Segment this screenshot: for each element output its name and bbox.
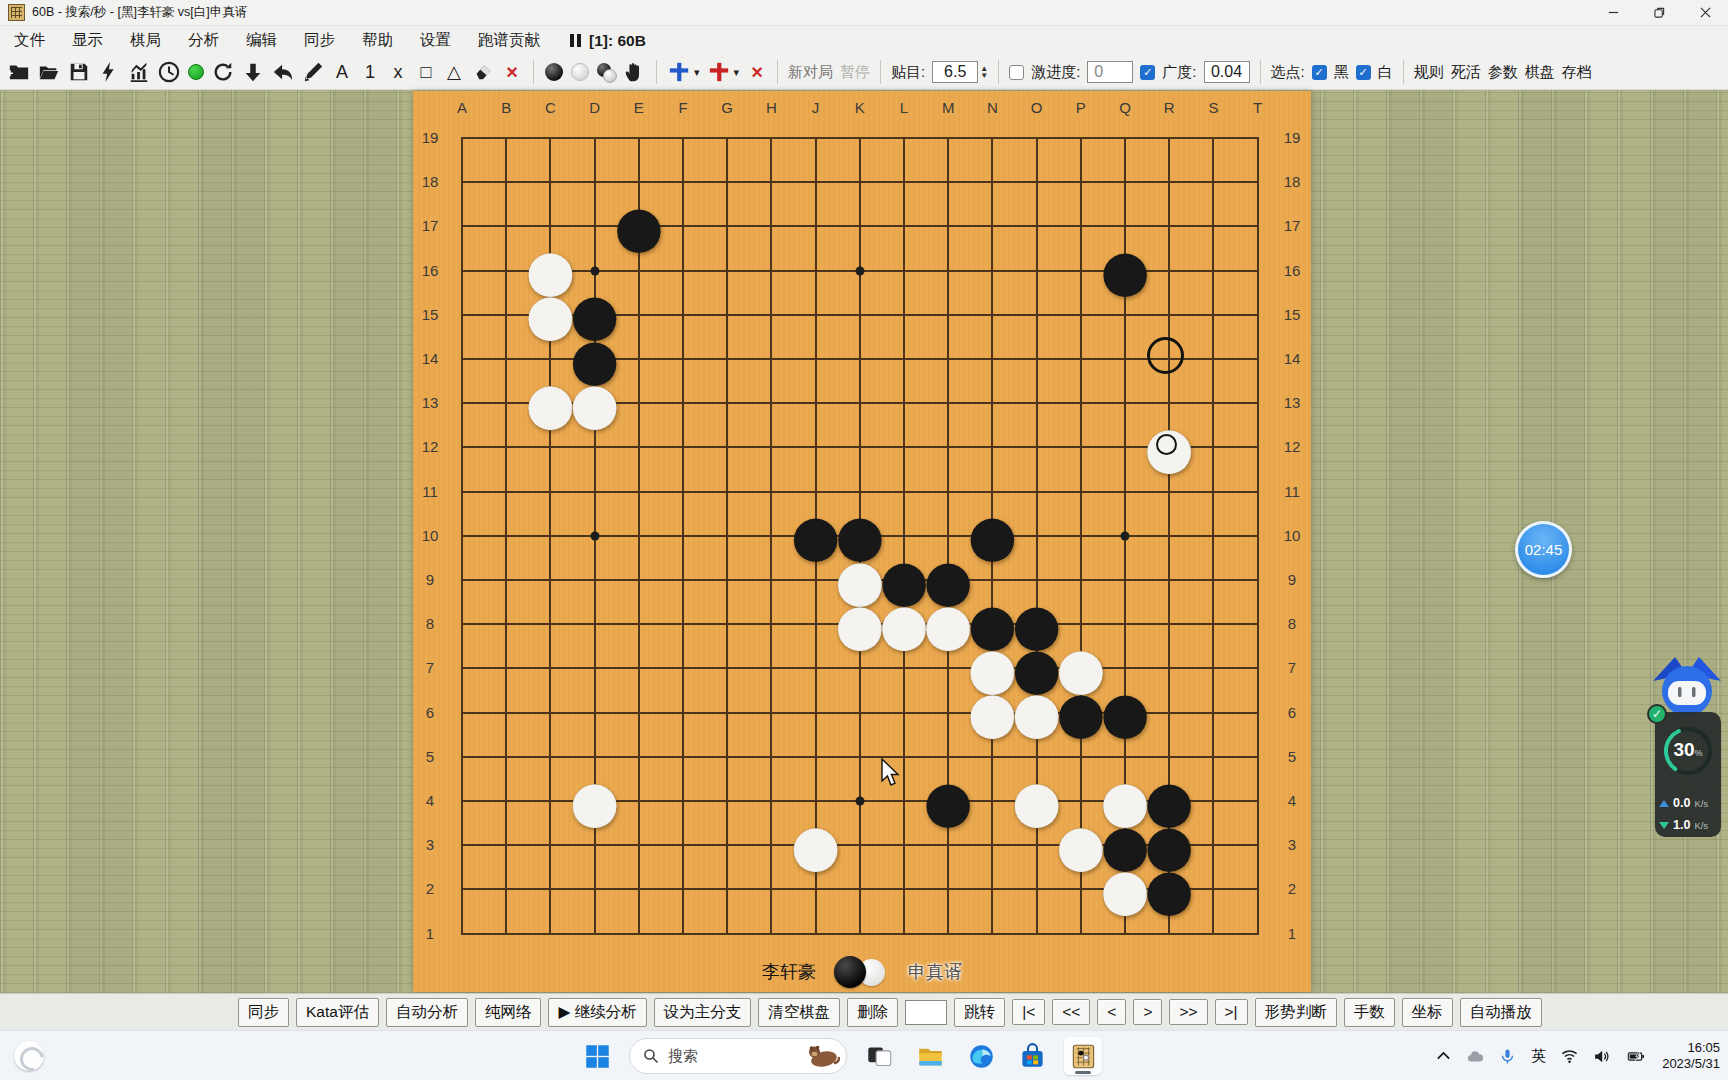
coord-number: 18 [1277, 173, 1307, 190]
coord-number: 7 [415, 659, 445, 676]
nav-last-button[interactable]: >| [1215, 999, 1248, 1025]
pause-indicator-icon[interactable] [570, 34, 581, 47]
grid-line [1212, 137, 1214, 935]
coord-number: 3 [415, 836, 445, 853]
application-window: 60B - 搜索/秒 - [黑]李轩豪 vs[白]申真谞 文件显示棋局分析编辑同… [0, 0, 1728, 1080]
archive-button[interactable]: 存档 [1562, 63, 1592, 82]
menu-bar: 文件显示棋局分析编辑同步帮助设置跑谱贡献 [1]: 60B [0, 26, 1728, 55]
komi-spinner[interactable]: 6.5 ▲▼ [932, 61, 988, 83]
nav-back10-button[interactable]: << [1052, 999, 1090, 1025]
komi-label: 贴目: [891, 63, 925, 82]
white-stone-N6: ● [969, 690, 1015, 736]
blue-cross-icon[interactable] [668, 61, 690, 83]
black-stone-tool-icon[interactable] [545, 63, 563, 81]
title-bar: 60B - 搜索/秒 - [黑]李轩豪 vs[白]申真谞 [0, 0, 1728, 26]
coord-number: 14 [1277, 350, 1307, 367]
coord-letter: S [1198, 99, 1228, 116]
coord-number: 12 [1277, 438, 1307, 455]
alternate-stone-tool-icon[interactable] [597, 63, 615, 81]
coords-button[interactable]: 坐标 [1402, 998, 1453, 1027]
window-title: 60B - 搜索/秒 - [黑]李轩豪 vs[白]申真谞 [32, 4, 247, 21]
grid-line [461, 667, 1259, 669]
open-file-icon[interactable] [38, 61, 60, 83]
coord-number: 10 [415, 527, 445, 544]
white-points-checkbox[interactable]: ✓ [1356, 65, 1371, 80]
last-move-marker [1156, 434, 1177, 455]
white-stone-D4: ● [572, 778, 618, 824]
remove-variation-icon[interactable]: × [747, 61, 767, 84]
territory-button[interactable]: 形势判断 [1255, 998, 1337, 1027]
star-point [590, 531, 599, 540]
menu-item-2[interactable]: 棋局 [130, 30, 161, 51]
mouse-cursor [880, 758, 902, 788]
ime-indicator[interactable]: 英 [1531, 1047, 1546, 1066]
white-stone-M8: ● [925, 601, 971, 647]
move-count-button[interactable]: 手数 [1344, 998, 1395, 1027]
breadth-checkbox[interactable]: ✓ [1140, 65, 1155, 80]
label-1-icon[interactable]: 1 [360, 62, 380, 83]
coord-number: 9 [415, 571, 445, 588]
microphone-icon[interactable] [1499, 1048, 1516, 1065]
coord-number: 4 [415, 792, 445, 809]
aggressive-checkbox[interactable] [1009, 65, 1024, 80]
coord-number: 15 [1277, 306, 1307, 323]
go-board[interactable]: 李轩豪 申真谞 ABCDEFGHJKLMNOPQRST1919181817171… [413, 91, 1311, 992]
coord-letter: L [889, 99, 919, 116]
white-stone-C13: ● [527, 380, 573, 426]
coord-letter: M [933, 99, 963, 116]
coord-number: 14 [415, 350, 445, 367]
nav-forward10-button[interactable]: >> [1169, 999, 1207, 1025]
coord-number: 16 [1277, 262, 1307, 279]
coord-number: 5 [415, 748, 445, 765]
white-stone-K8: ● [837, 601, 883, 647]
tray-time: 16:05 [1687, 1040, 1720, 1055]
tray-expand-icon[interactable] [1435, 1048, 1452, 1065]
booster-upload-speed: 0.0K/s [1659, 796, 1719, 810]
coord-letter: O [1022, 99, 1052, 116]
triangle-mark-icon[interactable]: △ [444, 61, 464, 83]
clear-board-button[interactable]: 清空棋盘 [758, 998, 840, 1027]
tray-clock[interactable]: 16:05 2023/5/31 [1662, 1040, 1720, 1072]
down-arrow-icon[interactable] [242, 61, 264, 83]
clear-marks-icon[interactable]: × [502, 61, 522, 84]
coord-number: 12 [415, 438, 445, 455]
coord-number: 19 [415, 129, 445, 146]
points-label: 选点: [1271, 63, 1305, 82]
battery-icon[interactable] [1625, 1048, 1647, 1065]
menu-item-1[interactable]: 显示 [72, 30, 103, 51]
coord-number: 4 [1277, 792, 1307, 809]
black-points-checkbox[interactable]: ✓ [1312, 65, 1327, 80]
coord-number: 19 [1277, 129, 1307, 146]
white-stone-D13: ● [572, 380, 618, 426]
menu-item-7[interactable]: 设置 [420, 30, 451, 51]
search-label: 搜索 [668, 1047, 698, 1066]
aggressive-label: 激进度: [1031, 63, 1080, 82]
life-death-button[interactable]: 死活 [1451, 63, 1481, 82]
coord-number: 17 [1277, 217, 1307, 234]
black-stone-Q16: ● [1102, 248, 1148, 294]
white-player-name: 申真谞 [908, 960, 962, 984]
coord-number: 2 [415, 880, 445, 897]
analysis-control-bar: 同步Kata评估自动分析纯网络▶ 继续分析设为主分支清空棋盘删除跳转|<<<<>… [0, 993, 1728, 1030]
coord-letter: T [1243, 99, 1273, 116]
auto-analysis-button[interactable]: 自动分析 [386, 998, 468, 1027]
new-file-icon[interactable] [8, 61, 30, 83]
white-stone-L8: ● [881, 601, 927, 647]
otter-image [806, 1043, 840, 1069]
coord-number: 10 [1277, 527, 1307, 544]
board-button[interactable]: 棋盘 [1525, 63, 1555, 82]
grid-line [461, 756, 1259, 758]
upload-icon [1659, 800, 1669, 807]
aggressive-input[interactable]: 0 [1087, 61, 1133, 83]
rotate-icon[interactable] [212, 61, 234, 83]
menu-item-5[interactable]: 同步 [304, 30, 335, 51]
sync-button[interactable]: 同步 [238, 998, 289, 1027]
undo-icon[interactable] [272, 61, 294, 83]
black-stone-J10: ● [793, 513, 839, 559]
red-cross-icon-caret[interactable]: ▾ [734, 66, 740, 79]
coord-letter: C [535, 99, 565, 116]
set-main-branch-button[interactable]: 设为主分支 [654, 998, 752, 1027]
coord-number: 2 [1277, 880, 1307, 897]
coord-number: 9 [1277, 571, 1307, 588]
blue-cross-icon-caret[interactable]: ▾ [694, 66, 700, 79]
booster-percent: 30% [1655, 739, 1721, 761]
coord-number: 17 [415, 217, 445, 234]
white-stone-tool-icon[interactable] [571, 63, 589, 81]
coord-number: 3 [1277, 836, 1307, 853]
coord-letter: J [801, 99, 831, 116]
close-button[interactable] [1682, 0, 1728, 26]
label-x-icon[interactable]: x [388, 62, 408, 83]
coord-letter: H [756, 99, 786, 116]
coord-number: 6 [1277, 704, 1307, 721]
coord-number: 8 [415, 615, 445, 632]
breadth-label: 广度: [1162, 63, 1196, 82]
minimize-button[interactable] [1590, 0, 1636, 26]
player-bar: 李轩豪 申真谞 [413, 953, 1311, 991]
menu-item-0[interactable]: 文件 [14, 30, 45, 51]
taskbar: 搜索 [0, 1030, 1728, 1080]
nav-forward-button[interactable]: > [1133, 999, 1162, 1025]
coord-number: 13 [415, 394, 445, 411]
coord-letter: A [447, 99, 477, 116]
square-mark-icon[interactable]: □ [416, 62, 436, 83]
coord-letter: K [845, 99, 875, 116]
menu-item-8[interactable]: 跑谱贡献 [478, 30, 540, 51]
search-icon [643, 1048, 659, 1064]
coord-number: 15 [415, 306, 445, 323]
breadth-input[interactable]: 0.04 [1204, 61, 1250, 83]
white-stone-O4: ● [1014, 778, 1060, 824]
desktop-background: 李轩豪 申真谞 ABCDEFGHJKLMNOPQRST1919181817171… [0, 90, 1728, 993]
autoplay-button[interactable]: 自动播放 [1460, 998, 1542, 1027]
coord-letter: P [1066, 99, 1096, 116]
restore-button[interactable] [1636, 0, 1682, 26]
engine-icon[interactable] [98, 61, 120, 83]
coord-letter: F [668, 99, 698, 116]
grid-line [903, 137, 905, 935]
coord-number: 5 [1277, 748, 1307, 765]
eraser-icon[interactable] [472, 61, 494, 83]
coord-number: 18 [415, 173, 445, 190]
black-stone-Q6: ● [1102, 690, 1148, 736]
black-stone-E17: ● [616, 203, 662, 249]
suggested-move-ring [1147, 337, 1184, 374]
grid-line [461, 933, 1259, 935]
timer-overlay[interactable]: 02:45 [1515, 521, 1572, 578]
booster-download-speed: 1.0K/s [1659, 818, 1719, 832]
edge-browser-button[interactable] [962, 1037, 1000, 1075]
delete-button[interactable]: 删除 [847, 998, 898, 1027]
menu-item-3[interactable]: 分析 [188, 30, 219, 51]
coord-letter: Q [1110, 99, 1140, 116]
task-view-button[interactable] [860, 1037, 898, 1075]
black-stone-M4: ● [925, 778, 971, 824]
engine-running-icon[interactable] [188, 64, 204, 80]
coord-letter: N [977, 99, 1007, 116]
turn-indicator-stones-icon [834, 956, 890, 988]
go-app-button[interactable] [1064, 1037, 1102, 1075]
coord-number: 6 [415, 704, 445, 721]
white-points-label: 白 [1378, 63, 1393, 82]
goban-chart-icon[interactable] [128, 61, 150, 83]
app-icon [8, 4, 25, 21]
coord-number: 13 [1277, 394, 1307, 411]
params-button[interactable]: 参数 [1488, 63, 1518, 82]
wifi-icon[interactable] [1561, 1048, 1578, 1065]
corner-app-icon[interactable] [14, 1041, 44, 1071]
coord-letter: B [491, 99, 521, 116]
main-toolbar: A1x□△×▾▾× 新对局 暂停 贴目: 6.5 ▲▼ 激进度: 0 ✓ 广度:… [0, 55, 1728, 90]
volume-icon[interactable] [1593, 1048, 1610, 1065]
engine-status: [1]: 60B [589, 32, 646, 50]
coord-letter: E [624, 99, 654, 116]
start-button[interactable] [578, 1037, 616, 1075]
grid-line [1257, 137, 1259, 935]
nav-first-button[interactable]: |< [1012, 999, 1045, 1025]
pure-network-button[interactable]: 纯网络 [475, 998, 542, 1027]
black-stone-R2: ● [1146, 866, 1192, 912]
coord-number: 7 [1277, 659, 1307, 676]
black-stone-P6: ● [1058, 690, 1104, 736]
coord-number: 1 [415, 925, 445, 942]
microsoft-store-button[interactable] [1013, 1037, 1051, 1075]
hand-tool-icon[interactable] [623, 61, 645, 83]
black-stone-N10: ● [969, 513, 1015, 559]
new-game-button[interactable]: 新对局 [788, 63, 833, 82]
white-stone-O6: ● [1014, 690, 1060, 736]
label-a-icon[interactable]: A [332, 62, 352, 83]
black-points-label: 黑 [1334, 63, 1349, 82]
white-stone-Q2: ● [1102, 866, 1148, 912]
star-point [855, 797, 864, 806]
save-icon[interactable] [68, 61, 90, 83]
jump-move-input[interactable] [905, 1000, 947, 1025]
file-explorer-button[interactable] [911, 1037, 949, 1075]
continue-analysis-button[interactable]: ▶ 继续分析 [548, 998, 646, 1027]
download-icon [1659, 822, 1669, 829]
coord-letter: G [712, 99, 742, 116]
coord-number: 16 [415, 262, 445, 279]
menu-item-6[interactable]: 帮助 [362, 30, 393, 51]
rules-button[interactable]: 规则 [1414, 63, 1444, 82]
red-cross-icon[interactable] [708, 61, 730, 83]
tray-date: 2023/5/31 [1662, 1056, 1720, 1071]
jump-button[interactable]: 跳转 [954, 998, 1005, 1027]
clock-icon[interactable] [158, 61, 180, 83]
onedrive-icon[interactable] [1467, 1048, 1484, 1065]
booster-widget[interactable]: ✓ 30% 0.0K/s 1.0K/s [1645, 650, 1728, 850]
booster-check-icon: ✓ [1647, 704, 1667, 724]
kata-eval-button[interactable]: Kata评估 [296, 998, 379, 1027]
coord-number: 11 [415, 483, 445, 500]
star-point [1121, 531, 1130, 540]
taskbar-search[interactable]: 搜索 [629, 1038, 847, 1074]
white-stone-P3: ● [1058, 822, 1104, 868]
menu-item-4[interactable]: 编辑 [246, 30, 277, 51]
white-stone-C15: ● [527, 292, 573, 338]
coord-letter: D [580, 99, 610, 116]
black-player-name: 李轩豪 [762, 960, 816, 984]
star-point [590, 266, 599, 275]
pause-button[interactable]: 暂停 [840, 63, 870, 82]
coord-number: 1 [1277, 925, 1307, 942]
star-point [855, 266, 864, 275]
white-stone-J3: ● [793, 822, 839, 868]
nav-back-button[interactable]: < [1097, 999, 1126, 1025]
pen-icon[interactable] [302, 61, 324, 83]
coord-number: 11 [1277, 483, 1307, 500]
coord-number: 8 [1277, 615, 1307, 632]
coord-letter: R [1154, 99, 1184, 116]
